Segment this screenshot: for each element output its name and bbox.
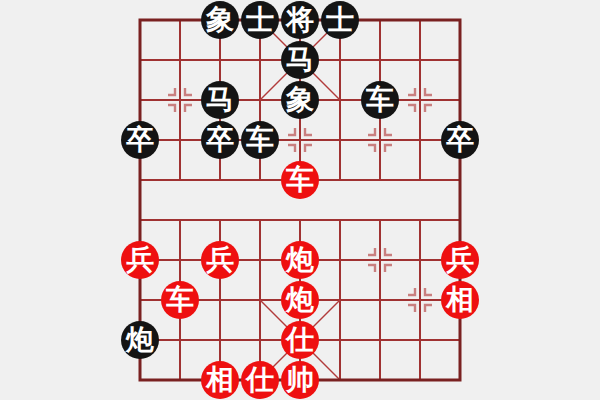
- board-point-d9[interactable]: 仕: [240, 360, 280, 400]
- board-point-h7[interactable]: [400, 280, 440, 320]
- board-point-a4[interactable]: [120, 160, 160, 200]
- board-point-i3[interactable]: 卒: [440, 120, 480, 160]
- board-point-g2[interactable]: 车: [360, 80, 400, 120]
- piece-black-soldier[interactable]: 卒: [121, 121, 159, 159]
- piece-black-cannon[interactable]: 炮: [121, 321, 159, 359]
- piece-red-cannon[interactable]: 炮: [281, 281, 319, 319]
- board-point-h0[interactable]: [400, 0, 440, 40]
- board-point-g9[interactable]: [360, 360, 400, 400]
- board-point-h2[interactable]: [400, 80, 440, 120]
- board-point-d7[interactable]: [240, 280, 280, 320]
- board-point-g8[interactable]: [360, 320, 400, 360]
- board-point-d2[interactable]: [240, 80, 280, 120]
- piece-red-advisor[interactable]: 仕: [241, 361, 279, 399]
- board-point-c3[interactable]: 卒: [200, 120, 240, 160]
- board-point-d3[interactable]: 车: [240, 120, 280, 160]
- board-point-b2[interactable]: [160, 80, 200, 120]
- board-point-b3[interactable]: [160, 120, 200, 160]
- board-point-b1[interactable]: [160, 40, 200, 80]
- board-point-d0[interactable]: 士: [240, 0, 280, 40]
- board-point-e5[interactable]: [280, 200, 320, 240]
- board-point-c8[interactable]: [200, 320, 240, 360]
- board-point-b8[interactable]: [160, 320, 200, 360]
- board-point-d1[interactable]: [240, 40, 280, 80]
- board-point-g5[interactable]: [360, 200, 400, 240]
- board-point-g0[interactable]: [360, 0, 400, 40]
- board-point-g4[interactable]: [360, 160, 400, 200]
- board-point-d6[interactable]: [240, 240, 280, 280]
- board-point-b6[interactable]: [160, 240, 200, 280]
- board-point-f5[interactable]: [320, 200, 360, 240]
- board-point-i7[interactable]: 相: [440, 280, 480, 320]
- piece-red-soldier[interactable]: 兵: [121, 241, 159, 279]
- piece-red-advisor[interactable]: 仕: [281, 321, 319, 359]
- piece-black-advisor[interactable]: 士: [321, 1, 359, 39]
- board-point-g6[interactable]: [360, 240, 400, 280]
- piece-red-elephant[interactable]: 相: [201, 361, 239, 399]
- board-point-d5[interactable]: [240, 200, 280, 240]
- piece-red-soldier[interactable]: 兵: [441, 241, 479, 279]
- board-point-h1[interactable]: [400, 40, 440, 80]
- board-point-b0[interactable]: [160, 0, 200, 40]
- piece-red-chariot[interactable]: 车: [281, 161, 319, 199]
- board-point-c9[interactable]: 相: [200, 360, 240, 400]
- board-point-e6[interactable]: 炮: [280, 240, 320, 280]
- board-point-c0[interactable]: 象: [200, 0, 240, 40]
- board-point-f7[interactable]: [320, 280, 360, 320]
- board-point-b5[interactable]: [160, 200, 200, 240]
- board-point-b7[interactable]: 车: [160, 280, 200, 320]
- board-point-h6[interactable]: [400, 240, 440, 280]
- piece-black-elephant[interactable]: 象: [201, 1, 239, 39]
- piece-black-soldier[interactable]: 卒: [201, 121, 239, 159]
- board-point-a9[interactable]: [120, 360, 160, 400]
- board-point-f1[interactable]: [320, 40, 360, 80]
- board-point-c6[interactable]: 兵: [200, 240, 240, 280]
- piece-black-advisor[interactable]: 士: [241, 1, 279, 39]
- xiangqi-diagram: 象士将士马马象车卒卒车卒车兵兵炮兵车炮相炮仕相仕帅: [0, 0, 600, 400]
- piece-red-general[interactable]: 帅: [281, 361, 319, 399]
- piece-red-chariot[interactable]: 车: [161, 281, 199, 319]
- board-point-a5[interactable]: [120, 200, 160, 240]
- board-point-i9[interactable]: [440, 360, 480, 400]
- board-point-d4[interactable]: [240, 160, 280, 200]
- piece-black-horse[interactable]: 马: [201, 81, 239, 119]
- board-point-h4[interactable]: [400, 160, 440, 200]
- piece-red-soldier[interactable]: 兵: [201, 241, 239, 279]
- piece-black-chariot[interactable]: 车: [361, 81, 399, 119]
- board-point-e4[interactable]: 车: [280, 160, 320, 200]
- board-point-h9[interactable]: [400, 360, 440, 400]
- board-point-f2[interactable]: [320, 80, 360, 120]
- board-point-e2[interactable]: 象: [280, 80, 320, 120]
- piece-black-soldier[interactable]: 卒: [441, 121, 479, 159]
- board-point-d8[interactable]: [240, 320, 280, 360]
- board-point-e9[interactable]: 帅: [280, 360, 320, 400]
- board-point-b9[interactable]: [160, 360, 200, 400]
- piece-black-elephant[interactable]: 象: [281, 81, 319, 119]
- board-point-b4[interactable]: [160, 160, 200, 200]
- board-point-a7[interactable]: [120, 280, 160, 320]
- board-point-e1[interactable]: 马: [280, 40, 320, 80]
- piece-black-horse[interactable]: 马: [281, 41, 319, 79]
- board-point-a8[interactable]: 炮: [120, 320, 160, 360]
- board-point-f3[interactable]: [320, 120, 360, 160]
- board-point-c5[interactable]: [200, 200, 240, 240]
- board-point-f4[interactable]: [320, 160, 360, 200]
- board-point-g3[interactable]: [360, 120, 400, 160]
- board-point-a0[interactable]: [120, 0, 160, 40]
- piece-red-elephant[interactable]: 相: [441, 281, 479, 319]
- board-point-a6[interactable]: 兵: [120, 240, 160, 280]
- piece-red-cannon[interactable]: 炮: [281, 241, 319, 279]
- board-point-e7[interactable]: 炮: [280, 280, 320, 320]
- board-point-i8[interactable]: [440, 320, 480, 360]
- board-point-c4[interactable]: [200, 160, 240, 200]
- piece-black-general[interactable]: 将: [281, 1, 319, 39]
- board-point-f8[interactable]: [320, 320, 360, 360]
- piece-black-chariot[interactable]: 车: [241, 121, 279, 159]
- board-point-i4[interactable]: [440, 160, 480, 200]
- board-point-i2[interactable]: [440, 80, 480, 120]
- board-point-g1[interactable]: [360, 40, 400, 80]
- board-point-c1[interactable]: [200, 40, 240, 80]
- board-point-f0[interactable]: 士: [320, 0, 360, 40]
- board-point-e0[interactable]: 将: [280, 0, 320, 40]
- board-point-c2[interactable]: 马: [200, 80, 240, 120]
- board-point-e8[interactable]: 仕: [280, 320, 320, 360]
- board-point-h3[interactable]: [400, 120, 440, 160]
- board-point-a2[interactable]: [120, 80, 160, 120]
- board-point-i1[interactable]: [440, 40, 480, 80]
- board-point-a1[interactable]: [120, 40, 160, 80]
- board-point-h5[interactable]: [400, 200, 440, 240]
- board-point-e3[interactable]: [280, 120, 320, 160]
- board-point-c7[interactable]: [200, 280, 240, 320]
- board-point-f6[interactable]: [320, 240, 360, 280]
- board-points-grid: 象士将士马马象车卒卒车卒车兵兵炮兵车炮相炮仕相仕帅: [120, 0, 480, 400]
- board-point-i5[interactable]: [440, 200, 480, 240]
- board-point-i0[interactable]: [440, 0, 480, 40]
- board-point-i6[interactable]: 兵: [440, 240, 480, 280]
- board-point-g7[interactable]: [360, 280, 400, 320]
- board-point-a3[interactable]: 卒: [120, 120, 160, 160]
- board-point-h8[interactable]: [400, 320, 440, 360]
- board-point-f9[interactable]: [320, 360, 360, 400]
